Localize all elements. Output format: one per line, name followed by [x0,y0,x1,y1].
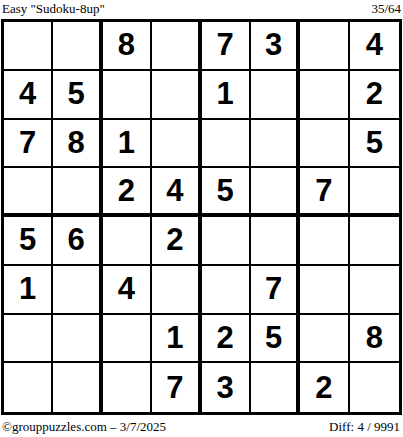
cell-r2c1: 4 [4,71,53,120]
puzzle-title: Easy "Sudoku-8up" [2,1,105,16]
cell-r3c7[interactable] [300,120,349,169]
cell-r3c1: 7 [4,120,53,169]
cell-r1c5: 7 [202,22,251,71]
header: Easy "Sudoku-8up" 35/64 [0,0,403,19]
cell-r7c5: 2 [202,315,251,364]
cell-r3c5[interactable] [202,120,251,169]
cell-r7c2[interactable] [53,315,102,364]
cell-r2c7[interactable] [300,71,349,120]
cell-r4c2[interactable] [53,168,102,217]
footer-difficulty: Diff: 4 / 9991 [329,419,400,434]
footer-copyright: ©grouppuzzles.com – 3/7/2025 [2,419,166,434]
cell-r4c8[interactable] [350,168,399,217]
cell-r3c8: 5 [350,120,399,169]
sudoku-grid: 87344512781524575621471258732 [1,19,402,415]
cell-r7c6: 5 [251,315,300,364]
cell-r2c2: 5 [53,71,102,120]
cell-r1c3: 8 [103,22,152,71]
cell-r4c3: 2 [103,168,152,217]
cell-r1c7[interactable] [300,22,349,71]
cell-r8c1[interactable] [4,363,53,412]
cell-r6c1: 1 [4,266,53,315]
cell-r8c7: 2 [300,363,349,412]
cell-r6c3: 4 [103,266,152,315]
cell-r5c6[interactable] [251,217,300,266]
cell-r8c4: 7 [152,363,201,412]
cell-r4c4: 4 [152,168,201,217]
footer: ©grouppuzzles.com – 3/7/2025 Diff: 4 / 9… [0,415,403,434]
cell-r2c5: 1 [202,71,251,120]
cell-r1c8: 4 [350,22,399,71]
cell-r2c3[interactable] [103,71,152,120]
cell-r7c3[interactable] [103,315,152,364]
cell-r6c7[interactable] [300,266,349,315]
cell-r6c4[interactable] [152,266,201,315]
cell-r6c2[interactable] [53,266,102,315]
cell-r7c8: 8 [350,315,399,364]
cell-r7c1[interactable] [4,315,53,364]
cell-r2c6[interactable] [251,71,300,120]
cell-r3c4[interactable] [152,120,201,169]
cell-r7c4: 1 [152,315,201,364]
cell-r5c3[interactable] [103,217,152,266]
cell-r4c6[interactable] [251,168,300,217]
cell-r3c2: 8 [53,120,102,169]
cell-r5c7[interactable] [300,217,349,266]
cell-r3c6[interactable] [251,120,300,169]
cell-r4c5: 5 [202,168,251,217]
cell-r1c1[interactable] [4,22,53,71]
cell-r1c2[interactable] [53,22,102,71]
cell-r8c8[interactable] [350,363,399,412]
cell-r4c7: 7 [300,168,349,217]
cell-r8c2[interactable] [53,363,102,412]
cell-r5c4: 2 [152,217,201,266]
cell-r6c8[interactable] [350,266,399,315]
cell-r7c7[interactable] [300,315,349,364]
cell-r8c5: 3 [202,363,251,412]
cell-r5c5[interactable] [202,217,251,266]
cell-r8c3[interactable] [103,363,152,412]
cell-r4c1[interactable] [4,168,53,217]
cell-r5c1: 5 [4,217,53,266]
cell-r5c2: 6 [53,217,102,266]
cell-r6c5[interactable] [202,266,251,315]
cell-r3c3: 1 [103,120,152,169]
cell-r2c4[interactable] [152,71,201,120]
cell-r8c6[interactable] [251,363,300,412]
cell-r1c6: 3 [251,22,300,71]
cell-r5c8[interactable] [350,217,399,266]
cell-r6c6: 7 [251,266,300,315]
cell-r2c8: 2 [350,71,399,120]
cell-r1c4[interactable] [152,22,201,71]
puzzle-counter: 35/64 [371,1,401,16]
